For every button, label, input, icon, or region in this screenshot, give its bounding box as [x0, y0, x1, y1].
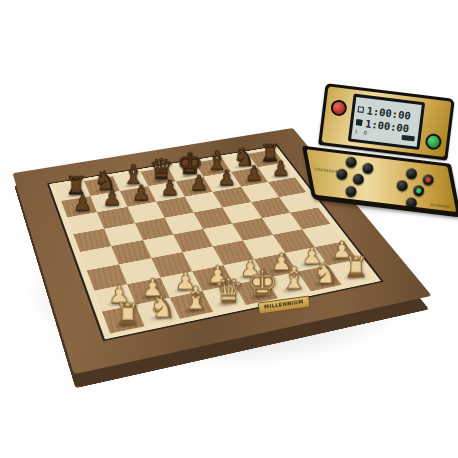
piece-black-pawn: ♟ — [189, 173, 208, 194]
white-square-icon — [358, 106, 365, 113]
clock-button-left-1[interactable] — [345, 156, 357, 168]
piece-white-knight: ♞ — [312, 258, 338, 287]
piece-black-pawn: ♟ — [245, 163, 263, 184]
square-c7[interactable]: ♟ — [120, 186, 156, 206]
battery-icon — [401, 134, 415, 141]
square-d7[interactable]: ♟ — [148, 182, 185, 202]
piece-white-king: ♚ — [246, 265, 278, 300]
clock-button-right-2[interactable] — [422, 174, 434, 186]
clock-button-left-3[interactable] — [336, 168, 348, 180]
square-e7[interactable]: ♟ — [176, 177, 213, 197]
chess-clock: 1:00:00 1:00:00 L 0 CHESSGENIUS — [295, 81, 458, 219]
clock-display-face: 1:00:00 1:00:00 L 0 — [322, 86, 452, 157]
piece-black-pawn: ♟ — [72, 193, 91, 215]
clock-button-left-4[interactable] — [352, 173, 364, 185]
square-a5[interactable] — [73, 229, 111, 252]
piece-white-knight: ♞ — [148, 291, 176, 322]
piece-black-pawn: ♟ — [217, 168, 236, 189]
square-b1[interactable]: ♞ — [136, 298, 179, 327]
square-d5[interactable] — [164, 212, 203, 234]
button-cluster-left — [333, 155, 387, 204]
product-photo-scene: ♜♞♝♛♚♝♞♜♟♟♟♟♟♟♟♟♟♟♟♟♟♟♟♟♜♞♝♛♚♝♞♜ MILLENN… — [0, 0, 458, 458]
piece-black-pawn: ♟ — [272, 159, 290, 179]
clock-display-panel: 1:00:00 1:00:00 L 0 — [318, 83, 455, 160]
clock-green-button[interactable] — [425, 133, 443, 151]
piece-black-pawn: ♟ — [132, 183, 151, 204]
square-h4[interactable] — [290, 208, 331, 230]
square-b7[interactable]: ♟ — [91, 191, 127, 212]
clock-button-right-4[interactable] — [413, 185, 425, 197]
clock-lcd: 1:00:00 1:00:00 L 0 — [348, 94, 425, 150]
piece-white-bishop: ♝ — [182, 283, 210, 315]
clock-button-right-1[interactable] — [405, 168, 417, 180]
piece-white-rook: ♜ — [114, 299, 141, 329]
clock-button-left-2[interactable] — [362, 162, 374, 174]
piece-white-bishop: ♝ — [280, 263, 308, 294]
square-g5[interactable] — [251, 197, 290, 218]
lcd-level-indicator: L — [355, 129, 358, 134]
clock-button-right-3[interactable] — [396, 180, 408, 192]
piece-white-rook: ♜ — [344, 253, 369, 281]
black-square-icon — [356, 119, 363, 126]
piece-white-queen: ♛ — [214, 274, 244, 308]
piece-black-pawn: ♟ — [161, 178, 180, 199]
clock-button-right-5[interactable] — [405, 197, 417, 209]
piece-black-pawn: ♟ — [102, 188, 121, 209]
square-a1[interactable]: ♜ — [102, 304, 145, 333]
square-a7[interactable]: ♟ — [61, 196, 97, 217]
clock-red-button[interactable] — [330, 99, 348, 117]
lcd-move-counter: 0 — [364, 130, 368, 135]
clock-button-left-5[interactable] — [345, 185, 357, 197]
